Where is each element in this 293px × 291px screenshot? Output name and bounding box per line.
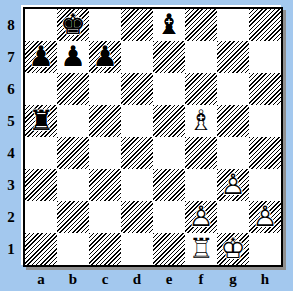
square-e1[interactable]	[153, 233, 185, 265]
square-d8[interactable]	[121, 9, 153, 41]
piece-outline-layer: ♖	[185, 233, 217, 265]
piece-outline-layer: ♟	[89, 41, 121, 73]
square-a4[interactable]	[25, 137, 57, 169]
square-f4[interactable]	[185, 137, 217, 169]
square-a2[interactable]	[25, 201, 57, 233]
square-b8[interactable]: ♚♚	[57, 9, 89, 41]
rank-label-3: 3	[0, 169, 22, 201]
piece-white-pawn[interactable]: ♟♙	[217, 169, 249, 201]
piece-outline-layer: ♙	[185, 201, 217, 233]
square-h8[interactable]	[249, 9, 281, 41]
rank-label-4: 4	[0, 137, 22, 169]
square-d6[interactable]	[121, 73, 153, 105]
file-label-h: h	[249, 269, 281, 289]
square-c2[interactable]	[89, 201, 121, 233]
square-e7[interactable]	[153, 41, 185, 73]
square-e2[interactable]	[153, 201, 185, 233]
square-e6[interactable]	[153, 73, 185, 105]
square-e4[interactable]	[153, 137, 185, 169]
piece-outline-layer: ♟	[25, 41, 57, 73]
square-c3[interactable]	[89, 169, 121, 201]
piece-black-pawn[interactable]: ♟♟	[89, 41, 121, 73]
square-f2[interactable]: ♟♙	[185, 201, 217, 233]
rank-label-5: 5	[0, 105, 22, 137]
square-b2[interactable]	[57, 201, 89, 233]
square-c7[interactable]: ♟♟	[89, 41, 121, 73]
square-h2[interactable]: ♟♙	[249, 201, 281, 233]
square-f5[interactable]: ♝♗	[185, 105, 217, 137]
piece-outline-layer: ♟	[57, 41, 89, 73]
piece-white-bishop[interactable]: ♝♗	[185, 105, 217, 137]
rank-label-1: 1	[0, 233, 22, 265]
square-c1[interactable]	[89, 233, 121, 265]
board-frame: ♚♚♝♝♟♟♟♟♟♟♜♜♝♗♟♙♟♙♟♙♜♖♚♔	[23, 7, 283, 267]
square-c5[interactable]	[89, 105, 121, 137]
square-b7[interactable]: ♟♟	[57, 41, 89, 73]
piece-outline-layer: ♜	[25, 105, 57, 137]
piece-white-king[interactable]: ♚♔	[217, 233, 249, 265]
chess-diagram: 87654321 ♚♚♝♝♟♟♟♟♟♟♜♜♝♗♟♙♟♙♟♙♜♖♚♔ abcdef…	[0, 0, 293, 291]
square-d4[interactable]	[121, 137, 153, 169]
rank-label-8: 8	[0, 9, 22, 41]
square-d3[interactable]	[121, 169, 153, 201]
square-h3[interactable]	[249, 169, 281, 201]
square-d7[interactable]	[121, 41, 153, 73]
square-a6[interactable]	[25, 73, 57, 105]
square-c6[interactable]	[89, 73, 121, 105]
rank-label-2: 2	[0, 201, 22, 233]
piece-outline-layer: ♙	[217, 169, 249, 201]
square-h6[interactable]	[249, 73, 281, 105]
square-b1[interactable]	[57, 233, 89, 265]
square-g5[interactable]	[217, 105, 249, 137]
file-label-a: a	[25, 269, 57, 289]
square-d1[interactable]	[121, 233, 153, 265]
square-e8[interactable]: ♝♝	[153, 9, 185, 41]
square-d2[interactable]	[121, 201, 153, 233]
piece-black-rook[interactable]: ♜♜	[25, 105, 57, 137]
piece-white-pawn[interactable]: ♟♙	[249, 201, 281, 233]
piece-outline-layer: ♚	[57, 9, 89, 41]
square-b5[interactable]	[57, 105, 89, 137]
square-c4[interactable]	[89, 137, 121, 169]
square-g4[interactable]	[217, 137, 249, 169]
square-a1[interactable]	[25, 233, 57, 265]
file-label-f: f	[185, 269, 217, 289]
file-label-c: c	[89, 269, 121, 289]
square-g3[interactable]: ♟♙	[217, 169, 249, 201]
square-h1[interactable]	[249, 233, 281, 265]
piece-black-bishop[interactable]: ♝♝	[153, 9, 185, 41]
square-g8[interactable]	[217, 9, 249, 41]
file-label-d: d	[121, 269, 153, 289]
square-b3[interactable]	[57, 169, 89, 201]
square-b4[interactable]	[57, 137, 89, 169]
square-f1[interactable]: ♜♖	[185, 233, 217, 265]
square-c8[interactable]	[89, 9, 121, 41]
square-g6[interactable]	[217, 73, 249, 105]
piece-outline-layer: ♔	[217, 233, 249, 265]
square-d5[interactable]	[121, 105, 153, 137]
rank-label-6: 6	[0, 73, 22, 105]
rank-labels: 87654321	[0, 9, 22, 265]
square-a3[interactable]	[25, 169, 57, 201]
square-g7[interactable]	[217, 41, 249, 73]
square-g1[interactable]: ♚♔	[217, 233, 249, 265]
square-e3[interactable]	[153, 169, 185, 201]
square-e5[interactable]	[153, 105, 185, 137]
file-label-e: e	[153, 269, 185, 289]
file-label-b: b	[57, 269, 89, 289]
piece-white-rook[interactable]: ♜♖	[185, 233, 217, 265]
square-h7[interactable]	[249, 41, 281, 73]
piece-black-king[interactable]: ♚♚	[57, 9, 89, 41]
square-b6[interactable]	[57, 73, 89, 105]
piece-black-pawn[interactable]: ♟♟	[25, 41, 57, 73]
piece-outline-layer: ♝	[153, 9, 185, 41]
square-f8[interactable]	[185, 9, 217, 41]
square-f3[interactable]	[185, 169, 217, 201]
chess-board: ♚♚♝♝♟♟♟♟♟♟♜♜♝♗♟♙♟♙♟♙♜♖♚♔	[25, 9, 281, 265]
file-labels: abcdefgh	[25, 269, 281, 289]
piece-black-pawn[interactable]: ♟♟	[57, 41, 89, 73]
rank-label-7: 7	[0, 41, 22, 73]
square-h5[interactable]	[249, 105, 281, 137]
square-a7[interactable]: ♟♟	[25, 41, 57, 73]
square-f6[interactable]	[185, 73, 217, 105]
square-a8[interactable]	[25, 9, 57, 41]
piece-outline-layer: ♙	[249, 201, 281, 233]
square-g2[interactable]	[217, 201, 249, 233]
square-h4[interactable]	[249, 137, 281, 169]
square-a5[interactable]: ♜♜	[25, 105, 57, 137]
piece-white-pawn[interactable]: ♟♙	[185, 201, 217, 233]
file-label-g: g	[217, 269, 249, 289]
piece-outline-layer: ♗	[185, 105, 217, 137]
square-f7[interactable]	[185, 41, 217, 73]
